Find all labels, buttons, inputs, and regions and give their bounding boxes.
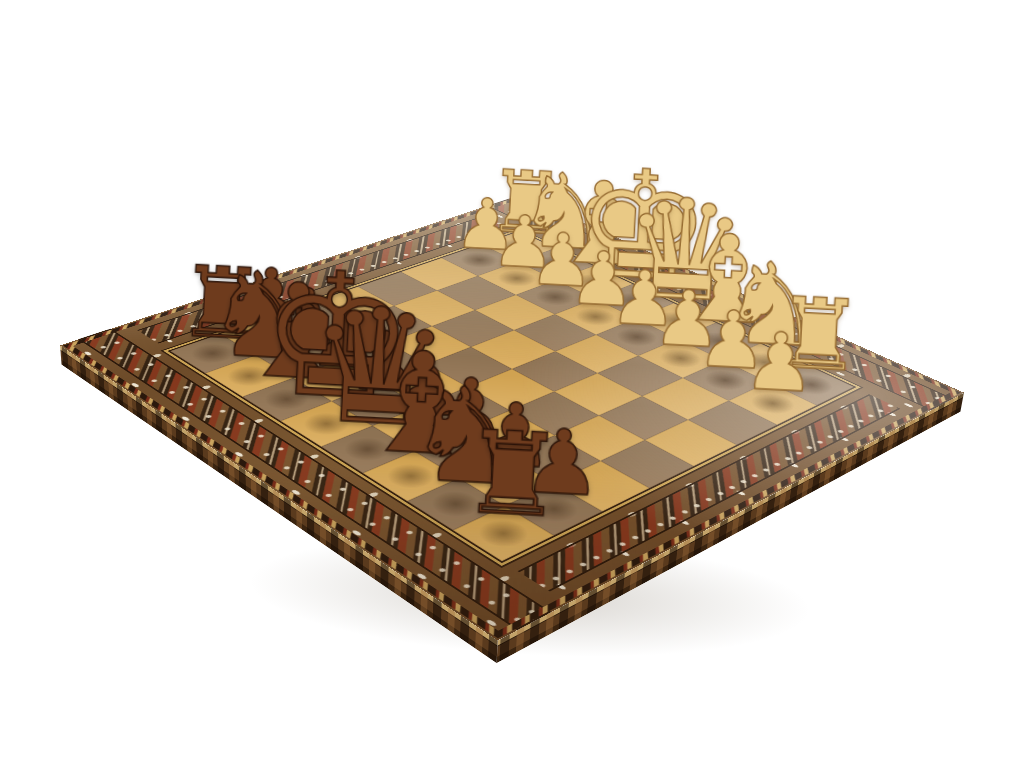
square-g2[interactable] xyxy=(478,262,555,295)
square-e2[interactable] xyxy=(555,299,635,335)
square-d2[interactable] xyxy=(596,319,678,356)
scene-tilt: ♜♞♝♛♚♝♞♜♟♟♟♟♟♟♟♟♟♟♟♟♟♟♟♟♜♞♝♛♚♝♞♜ xyxy=(0,0,1024,768)
scene: ♜♞♝♛♚♝♞♜♟♟♟♟♟♟♟♟♟♟♟♟♟♟♟♟♜♞♝♛♚♝♞♜ xyxy=(0,0,1024,768)
piece-shadow xyxy=(525,284,585,310)
square-f3[interactable] xyxy=(475,295,555,331)
black-rook-glyph: ♜ xyxy=(405,408,621,535)
white-pawn-glyph: ♟ xyxy=(686,315,873,406)
square-e3[interactable] xyxy=(514,314,596,351)
square-f2[interactable] xyxy=(516,280,595,314)
square-d3[interactable] xyxy=(555,335,639,374)
piece-shadow xyxy=(606,323,668,351)
piece-shadow xyxy=(487,266,546,291)
chess-board[interactable]: ♜♞♝♛♚♝♞♜♟♟♟♟♟♟♟♟♟♟♟♟♟♟♟♟♜♞♝♛♚♝♞♜ xyxy=(60,195,964,641)
piece-shadow xyxy=(565,303,626,330)
